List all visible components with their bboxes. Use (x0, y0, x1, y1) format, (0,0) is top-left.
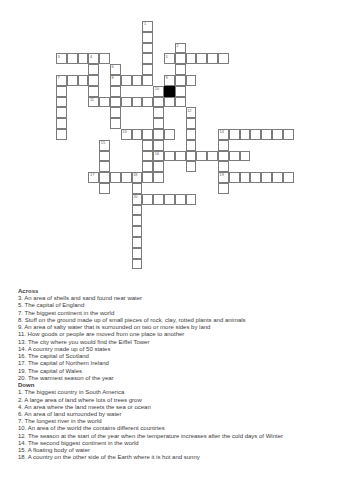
clue-number-5: 5 (166, 55, 168, 59)
cell-r5c0[interactable]: 7 (56, 75, 67, 86)
cell-r3c10[interactable]: 5 (164, 53, 175, 64)
clue-number-18: 18 (133, 173, 137, 177)
cell-r10c7[interactable] (132, 129, 143, 140)
cell-r14c9[interactable] (153, 172, 164, 183)
cell-r14c20[interactable] (272, 172, 283, 183)
cell-r12c13[interactable] (196, 151, 207, 162)
across-clue-20: 20. The warmest season of the year (18, 375, 348, 382)
cell-r16c11[interactable] (175, 194, 186, 205)
cell-r10c18[interactable] (250, 129, 261, 140)
cell-r5c6[interactable] (121, 75, 132, 86)
cell-r12c14[interactable] (207, 151, 218, 162)
cell-r19c7[interactable] (132, 226, 143, 237)
down-clue-12: 12. The season at the start of the year … (18, 433, 348, 440)
clue-number-1: 1 (144, 22, 146, 26)
across-clues: 3. An area of shells and sand found near… (18, 295, 348, 382)
clue-number-20: 20 (133, 195, 137, 199)
down-clue-15: 15. A floating body of water (18, 447, 348, 454)
clue-list: Across 3. An area of shells and sand fou… (18, 288, 348, 462)
cell-r7c0[interactable] (56, 97, 67, 108)
across-clue-14: 14. A country made up of 50 states (18, 346, 348, 353)
cell-r10c0[interactable] (56, 129, 67, 140)
cell-r13c8[interactable] (142, 161, 153, 172)
cell-r14c5[interactable] (110, 172, 121, 183)
cell-r12c9[interactable]: 16 (153, 151, 164, 162)
cell-r14c19[interactable] (261, 172, 272, 183)
cell-r2c8[interactable] (142, 43, 153, 54)
cell-r5c8[interactable] (142, 75, 153, 86)
cell-r12c4[interactable] (99, 151, 110, 162)
cell-r10c21[interactable] (283, 129, 294, 140)
clue-number-17: 17 (90, 173, 94, 177)
cell-r13c15[interactable] (218, 161, 229, 172)
across-clue-3: 3. An area of shells and sand found near… (18, 295, 348, 302)
cell-r8c9[interactable] (153, 107, 164, 118)
cell-r14c15[interactable]: 19 (218, 172, 229, 183)
across-clue-19: 19. The capital of Wales (18, 368, 348, 375)
cell-r10c16[interactable] (229, 129, 240, 140)
cell-r6c5[interactable] (110, 86, 121, 97)
cell-r5c3[interactable] (88, 75, 99, 86)
across-clue-7: 7. The biggest continent in the world (18, 310, 348, 317)
clue-number-8: 8 (112, 76, 114, 80)
cell-r3c3[interactable]: 4 (88, 53, 99, 64)
cell-r0c8[interactable]: 1 (142, 21, 153, 32)
clue-number-19: 19 (220, 173, 224, 177)
cell-r3c2[interactable] (78, 53, 89, 64)
cell-r10c20[interactable] (272, 129, 283, 140)
down-clue-10: 10. An area of the world the contains di… (18, 425, 348, 432)
cell-r12c16[interactable] (229, 151, 240, 162)
down-clue-14: 14. The second biggest continent in the … (18, 440, 348, 447)
clue-number-2: 2 (176, 44, 178, 48)
cell-r10c15[interactable]: 14 (218, 129, 229, 140)
cell-r3c14[interactable] (207, 53, 218, 64)
cell-r7c6[interactable] (121, 97, 132, 108)
cell-r5c1[interactable] (67, 75, 78, 86)
cell-r12c15[interactable] (218, 151, 229, 162)
clue-number-3: 3 (58, 55, 60, 59)
clue-number-6: 6 (112, 65, 114, 69)
cell-r3c4[interactable] (99, 53, 110, 64)
down-clue-1: 1. The biggest country in South America (18, 389, 348, 396)
down-clue-2: 2. A large area of land where lots of tr… (18, 397, 348, 404)
cell-r14c8[interactable] (142, 172, 153, 183)
cell-r3c12[interactable] (186, 53, 197, 64)
cell-r10c9[interactable] (153, 129, 164, 140)
cell-r4c8[interactable] (142, 64, 153, 75)
cell-r15c15[interactable] (218, 183, 229, 194)
cell-r15c7[interactable] (132, 183, 143, 194)
cell-r11c9[interactable] (153, 140, 164, 151)
cell-r14c3[interactable]: 17 (88, 172, 99, 183)
cell-r9c12[interactable] (186, 118, 197, 129)
cell-r1c8[interactable] (142, 32, 153, 43)
cell-r5c12[interactable] (186, 75, 197, 86)
cell-r6c0[interactable] (56, 86, 67, 97)
down-clue-18: 18. A country on the other side of the E… (18, 454, 348, 461)
clue-number-14: 14 (220, 130, 224, 134)
cell-r10c19[interactable] (261, 129, 272, 140)
cell-r7c11[interactable] (175, 97, 186, 108)
cell-r10c6[interactable]: 13 (121, 129, 132, 140)
cell-r14c6[interactable] (121, 172, 132, 183)
cell-r8c5[interactable] (110, 107, 121, 118)
down-clue-7: 7. The longest river in the world (18, 418, 348, 425)
cell-r14c17[interactable] (240, 172, 251, 183)
cell-r7c3[interactable]: 11 (88, 97, 99, 108)
cell-r3c15[interactable] (218, 53, 229, 64)
cell-r13c12[interactable] (186, 161, 197, 172)
down-clue-4: 4. An area where the land meets the sea … (18, 404, 348, 411)
cell-r14c21[interactable] (283, 172, 294, 183)
cell-r18c7[interactable] (132, 215, 143, 226)
across-clue-8: 8. Stuff on the ground made up of small … (18, 317, 348, 324)
cell-r3c1[interactable] (67, 53, 78, 64)
crossword-grid: 1234567891011121314151617181920 (56, 21, 294, 269)
cell-r16c7[interactable]: 20 (132, 194, 143, 205)
across-clue-11: 11. How goods or people are moved from o… (18, 331, 348, 338)
cell-r3c11[interactable] (175, 53, 186, 64)
cell-r12c10[interactable] (164, 151, 175, 162)
cell-r12c12[interactable] (186, 151, 197, 162)
cell-r17c7[interactable] (132, 205, 143, 216)
cell-r10c8[interactable] (142, 129, 153, 140)
across-clue-13: 13. The city where you would find the Ei… (18, 339, 348, 346)
cell-r16c9[interactable] (153, 194, 164, 205)
cell-r6c3[interactable] (88, 86, 99, 97)
cell-r14c4[interactable] (99, 172, 110, 183)
across-clue-17: 17. The capital of Northern Ireland (18, 360, 348, 367)
cell-r12c11[interactable] (175, 151, 186, 162)
cell-r11c15[interactable] (218, 140, 229, 151)
cell-r12c8[interactable] (142, 151, 153, 162)
cell-r4c5[interactable]: 6 (110, 64, 121, 75)
cell-r5c5[interactable]: 8 (110, 75, 121, 86)
clue-number-12: 12 (187, 109, 191, 113)
cell-r16c10[interactable] (164, 194, 175, 205)
cell-r7c9[interactable] (153, 97, 164, 108)
cell-r15c4[interactable] (99, 183, 110, 194)
cell-r13c4[interactable] (99, 161, 110, 172)
cell-r6c9[interactable]: 10 (153, 86, 164, 97)
cell-r9c9[interactable] (153, 118, 164, 129)
cell-r3c8[interactable] (142, 53, 153, 64)
across-clue-5: 5. The capital of England (18, 302, 348, 309)
cell-r22c7[interactable] (132, 259, 143, 270)
cell-r8c12[interactable]: 12 (186, 107, 197, 118)
clue-number-9: 9 (166, 76, 168, 80)
clue-number-16: 16 (155, 152, 159, 156)
cell-r10c12[interactable] (186, 129, 197, 140)
clue-number-7: 7 (58, 76, 60, 80)
cell-r10c17[interactable] (240, 129, 251, 140)
cell-r20c7[interactable] (132, 237, 143, 248)
cell-r5c2[interactable] (78, 75, 89, 86)
cell-r8c0[interactable] (56, 107, 67, 118)
cell-r12c17[interactable] (240, 151, 251, 162)
cell-r16c8[interactable] (142, 194, 153, 205)
cell-r7c7[interactable] (132, 97, 143, 108)
cell-r16c12[interactable] (186, 194, 197, 205)
cell-r3c0[interactable]: 3 (56, 53, 67, 64)
cell-r7c8[interactable] (142, 97, 153, 108)
cell-r7c10[interactable] (164, 97, 175, 108)
cell-r14c18[interactable] (250, 172, 261, 183)
black-cell (164, 86, 175, 97)
cell-r9c0[interactable] (56, 118, 67, 129)
cell-r11c8[interactable] (142, 140, 153, 151)
cell-r10c10[interactable] (164, 129, 175, 140)
across-header: Across (18, 288, 348, 295)
cell-r3c13[interactable] (196, 53, 207, 64)
down-clues: 1. The biggest country in South America2… (18, 389, 348, 461)
cell-r5c7[interactable] (132, 75, 143, 86)
clue-number-15: 15 (101, 141, 105, 145)
cell-r13c9[interactable] (153, 161, 164, 172)
clue-number-4: 4 (90, 55, 92, 59)
cell-r5c10[interactable]: 9 (164, 75, 175, 86)
cell-r11c4[interactable]: 15 (99, 140, 110, 151)
cell-r2c11[interactable]: 2 (175, 43, 186, 54)
down-header: Down (18, 382, 348, 389)
clue-number-11: 11 (90, 98, 94, 102)
clue-number-10: 10 (155, 87, 159, 91)
page: 1234567891011121314151617181920 Across 3… (0, 0, 353, 500)
cell-r7c4[interactable] (99, 97, 110, 108)
cell-r4c11[interactable] (175, 64, 186, 75)
cell-r14c16[interactable] (229, 172, 240, 183)
cell-r7c5[interactable] (110, 97, 121, 108)
cell-r4c3[interactable] (88, 64, 99, 75)
clue-number-13: 13 (122, 130, 126, 134)
cell-r11c12[interactable] (186, 140, 197, 151)
cell-r9c5[interactable] (110, 118, 121, 129)
cell-r21c7[interactable] (132, 248, 143, 259)
across-clue-9: 9. An area of salty water that is surrou… (18, 324, 348, 331)
cell-r5c11[interactable] (175, 75, 186, 86)
cell-r14c7[interactable]: 18 (132, 172, 143, 183)
cell-r6c11[interactable] (175, 86, 186, 97)
across-clue-16: 16. The capital of Scotland (18, 353, 348, 360)
down-clue-6: 6. An area of land surrounded by water (18, 411, 348, 418)
